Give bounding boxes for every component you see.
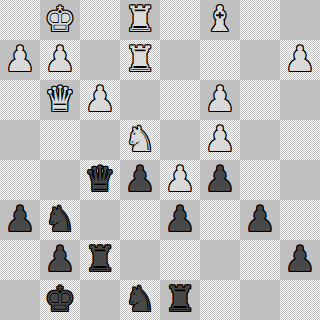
square-c5[interactable] xyxy=(80,120,120,160)
square-g6[interactable] xyxy=(240,80,280,120)
square-c4[interactable]: ♛ xyxy=(80,160,120,200)
square-e4[interactable]: ♟ xyxy=(160,160,200,200)
piece-black-king[interactable]: ♚ xyxy=(44,280,75,319)
square-e1[interactable]: ♜ xyxy=(160,280,200,320)
square-a3[interactable]: ♟ xyxy=(0,200,40,240)
square-b8[interactable]: ♚ xyxy=(40,0,80,40)
piece-white-rook[interactable]: ♜ xyxy=(124,0,155,39)
piece-white-pawn[interactable]: ♟ xyxy=(204,120,235,159)
piece-white-bishop[interactable]: ♝ xyxy=(204,0,235,39)
square-b5[interactable] xyxy=(40,120,80,160)
square-c7[interactable] xyxy=(80,40,120,80)
square-b3[interactable]: ♞ xyxy=(40,200,80,240)
square-f2[interactable] xyxy=(200,240,240,280)
piece-black-rook[interactable]: ♜ xyxy=(84,240,115,279)
square-g7[interactable] xyxy=(240,40,280,80)
piece-black-knight[interactable]: ♞ xyxy=(44,200,75,239)
piece-black-pawn[interactable]: ♟ xyxy=(204,160,235,199)
piece-black-rook[interactable]: ♜ xyxy=(164,280,195,319)
square-h5[interactable] xyxy=(280,120,320,160)
square-a2[interactable] xyxy=(0,240,40,280)
square-c3[interactable] xyxy=(80,200,120,240)
square-d8[interactable]: ♜ xyxy=(120,0,160,40)
piece-white-queen[interactable]: ♛ xyxy=(44,80,75,119)
square-a4[interactable] xyxy=(0,160,40,200)
square-h2[interactable]: ♟ xyxy=(280,240,320,280)
square-f7[interactable] xyxy=(200,40,240,80)
square-d7[interactable]: ♜ xyxy=(120,40,160,80)
piece-black-pawn[interactable]: ♟ xyxy=(284,240,315,279)
square-a1[interactable] xyxy=(0,280,40,320)
piece-black-pawn[interactable]: ♟ xyxy=(244,200,275,239)
square-g5[interactable] xyxy=(240,120,280,160)
square-f1[interactable] xyxy=(200,280,240,320)
square-g2[interactable] xyxy=(240,240,280,280)
piece-white-pawn[interactable]: ♟ xyxy=(284,40,315,79)
piece-white-king[interactable]: ♚ xyxy=(44,0,75,39)
piece-white-rook[interactable]: ♜ xyxy=(124,40,155,79)
piece-white-pawn[interactable]: ♟ xyxy=(84,80,115,119)
square-a6[interactable] xyxy=(0,80,40,120)
square-g4[interactable] xyxy=(240,160,280,200)
square-a5[interactable] xyxy=(0,120,40,160)
square-h7[interactable]: ♟ xyxy=(280,40,320,80)
square-c2[interactable]: ♜ xyxy=(80,240,120,280)
square-h1[interactable] xyxy=(280,280,320,320)
square-h8[interactable] xyxy=(280,0,320,40)
square-c8[interactable] xyxy=(80,0,120,40)
piece-white-pawn[interactable]: ♟ xyxy=(164,160,195,199)
square-h3[interactable] xyxy=(280,200,320,240)
chess-board: ♚♜♝♟♟♜♟♛♟♟♞♟♛♟♟♟♟♞♟♟♟♜♟♚♞♜ xyxy=(0,0,320,320)
square-g1[interactable] xyxy=(240,280,280,320)
square-f8[interactable]: ♝ xyxy=(200,0,240,40)
square-d2[interactable] xyxy=(120,240,160,280)
square-e7[interactable] xyxy=(160,40,200,80)
square-e5[interactable] xyxy=(160,120,200,160)
piece-white-knight[interactable]: ♞ xyxy=(124,120,155,159)
square-c6[interactable]: ♟ xyxy=(80,80,120,120)
square-f3[interactable] xyxy=(200,200,240,240)
square-b7[interactable]: ♟ xyxy=(40,40,80,80)
square-d1[interactable]: ♞ xyxy=(120,280,160,320)
piece-black-pawn[interactable]: ♟ xyxy=(124,160,155,199)
square-e3[interactable]: ♟ xyxy=(160,200,200,240)
square-c1[interactable] xyxy=(80,280,120,320)
piece-white-pawn[interactable]: ♟ xyxy=(44,40,75,79)
square-b4[interactable] xyxy=(40,160,80,200)
piece-white-pawn[interactable]: ♟ xyxy=(4,40,35,79)
square-d5[interactable]: ♞ xyxy=(120,120,160,160)
square-h6[interactable] xyxy=(280,80,320,120)
square-d3[interactable] xyxy=(120,200,160,240)
piece-black-knight[interactable]: ♞ xyxy=(124,280,155,319)
piece-black-pawn[interactable]: ♟ xyxy=(4,200,35,239)
square-e2[interactable] xyxy=(160,240,200,280)
square-e8[interactable] xyxy=(160,0,200,40)
square-d6[interactable] xyxy=(120,80,160,120)
square-a8[interactable] xyxy=(0,0,40,40)
square-a7[interactable]: ♟ xyxy=(0,40,40,80)
piece-white-pawn[interactable]: ♟ xyxy=(204,80,235,119)
square-g3[interactable]: ♟ xyxy=(240,200,280,240)
square-f5[interactable]: ♟ xyxy=(200,120,240,160)
square-b2[interactable]: ♟ xyxy=(40,240,80,280)
square-d4[interactable]: ♟ xyxy=(120,160,160,200)
square-e6[interactable] xyxy=(160,80,200,120)
piece-black-pawn[interactable]: ♟ xyxy=(44,240,75,279)
square-h4[interactable] xyxy=(280,160,320,200)
square-f6[interactable]: ♟ xyxy=(200,80,240,120)
square-b6[interactable]: ♛ xyxy=(40,80,80,120)
piece-black-queen[interactable]: ♛ xyxy=(84,160,115,199)
square-f4[interactable]: ♟ xyxy=(200,160,240,200)
square-g8[interactable] xyxy=(240,0,280,40)
square-b1[interactable]: ♚ xyxy=(40,280,80,320)
piece-black-pawn[interactable]: ♟ xyxy=(164,200,195,239)
